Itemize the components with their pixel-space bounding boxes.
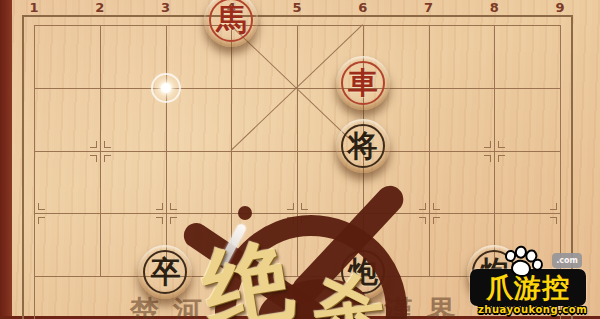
- piece-glyph: 将: [348, 131, 378, 161]
- black-general[interactable]: 将: [336, 119, 390, 173]
- board-cell-f6-r5[interactable]: 炮: [330, 245, 396, 308]
- red-horse[interactable]: 馬: [204, 0, 258, 47]
- board-cell-f6-r3[interactable]: 将: [330, 120, 396, 183]
- piece-glyph: 馬: [216, 5, 246, 35]
- red-chariot[interactable]: 車: [336, 56, 390, 110]
- zhuayoukong-watermark: .com 爪游控 zhuayoukong.com: [470, 248, 596, 316]
- board-cell-f6-r2[interactable]: 車: [330, 57, 396, 120]
- xiangqi-app-screenshot: 123456789 楚河 漢界 馬車将卒炮炮 绝 杀 .com 爪游控 zhua…: [0, 0, 600, 319]
- piece-glyph: 車: [348, 68, 378, 98]
- board-cell-f4-r1[interactable]: 馬: [198, 0, 264, 57]
- com-bubble: .com: [552, 253, 582, 268]
- black-cannon[interactable]: 炮: [336, 245, 390, 299]
- board-cell-f3-r5[interactable]: 卒: [133, 245, 199, 308]
- watermark-domain-text: zhuayoukong.com: [478, 304, 586, 315]
- black-soldier[interactable]: 卒: [138, 245, 192, 299]
- paw-print-icon: [501, 243, 542, 283]
- piece-glyph: 卒: [150, 257, 180, 287]
- piece-glyph: 炮: [348, 257, 378, 287]
